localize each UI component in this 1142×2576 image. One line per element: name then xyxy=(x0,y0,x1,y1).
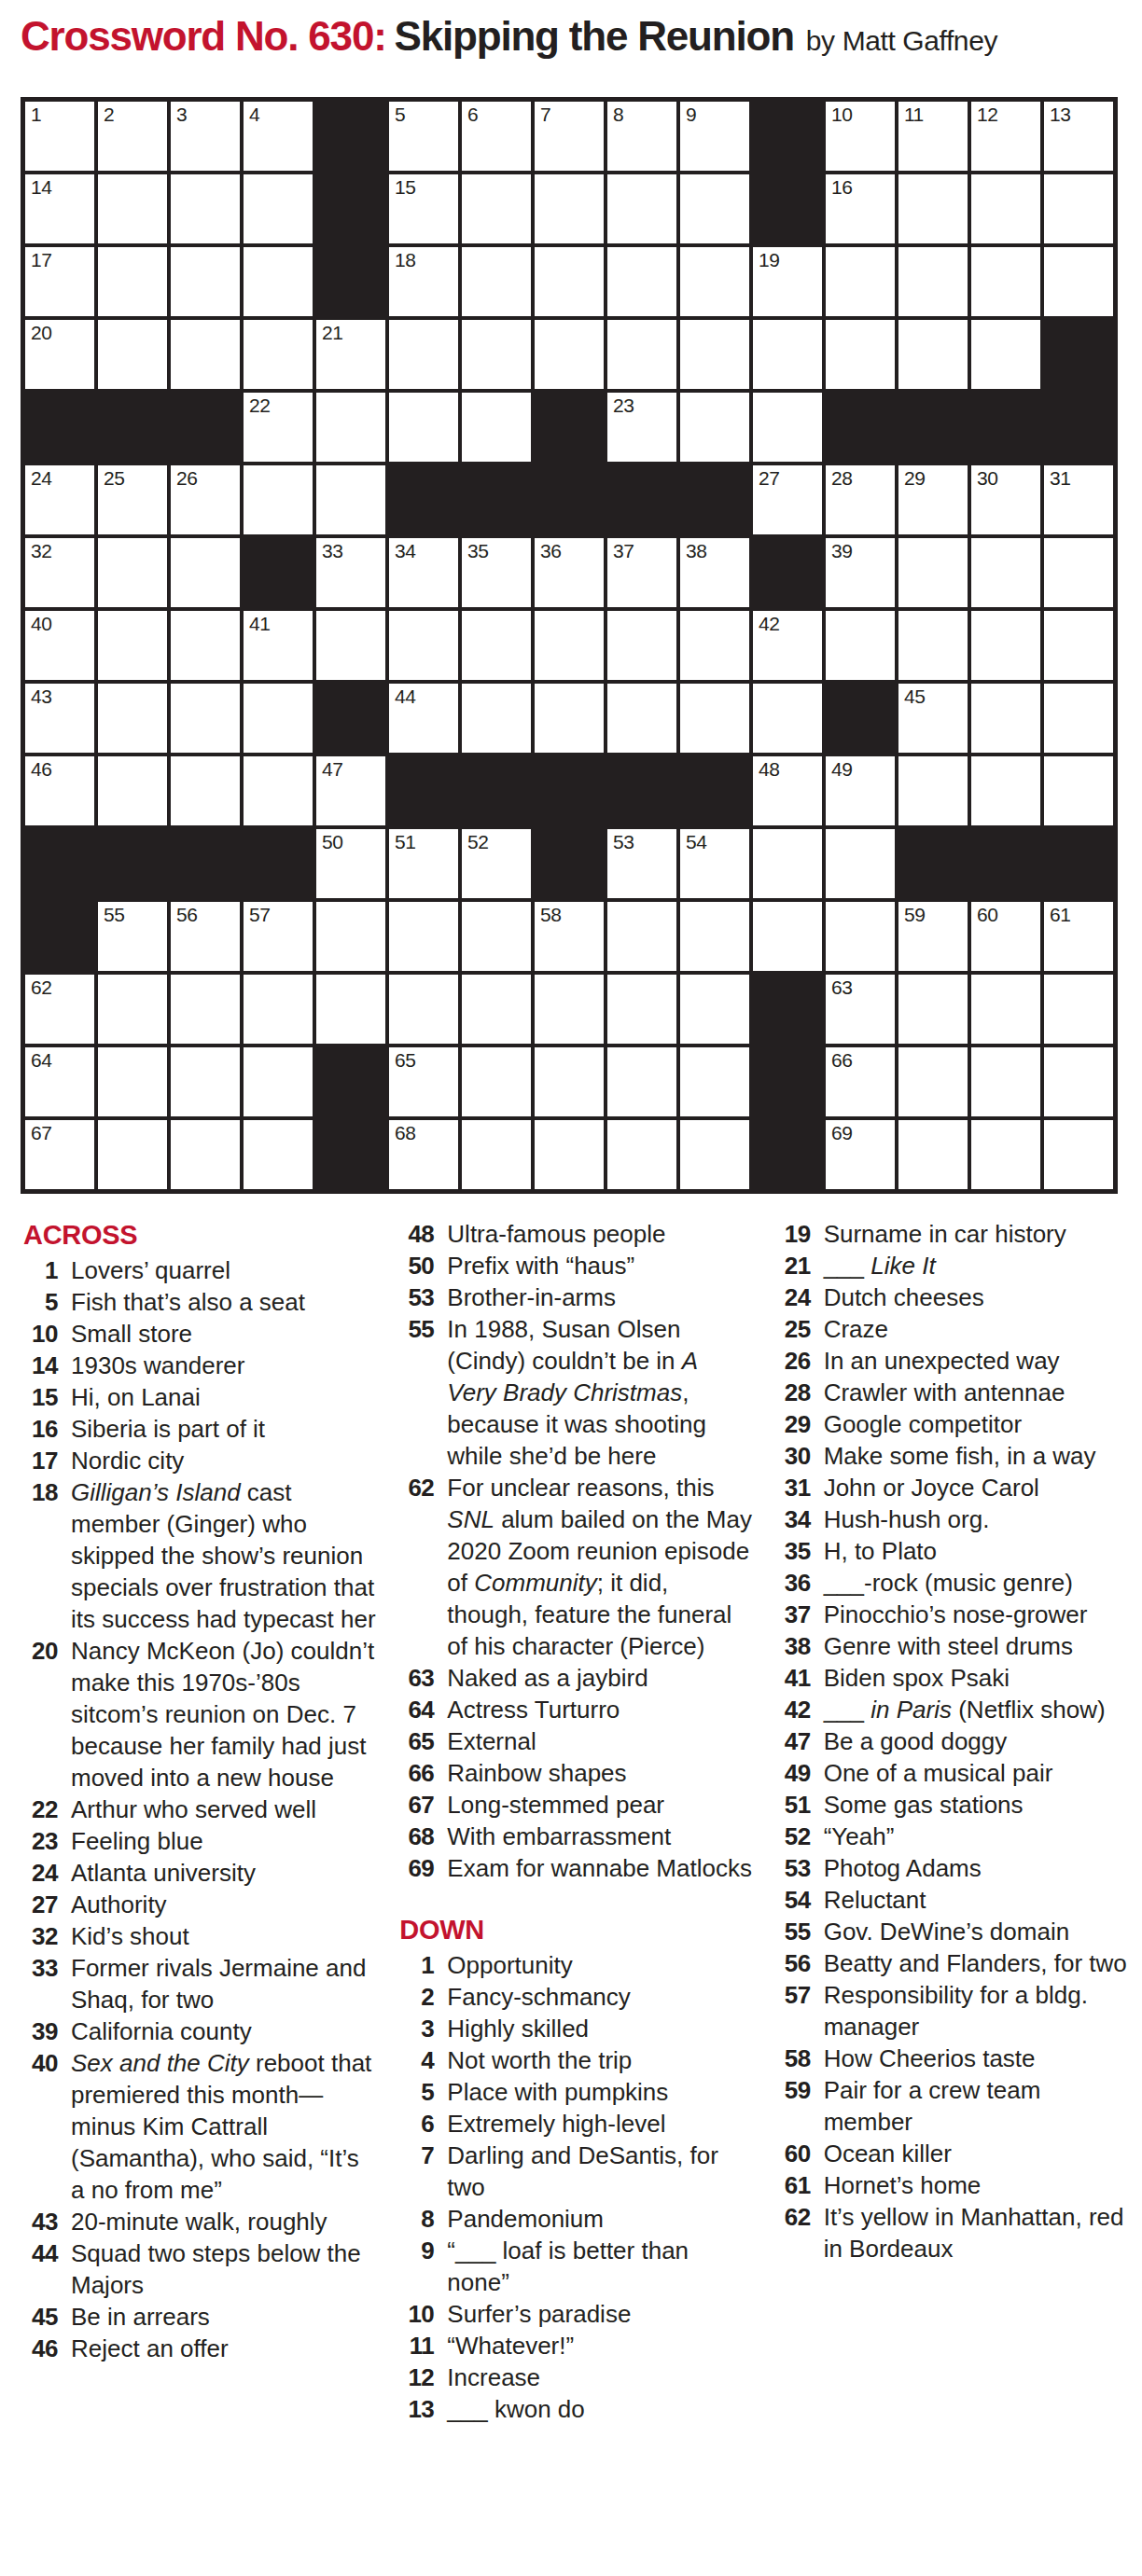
grid-cell[interactable] xyxy=(971,975,1040,1044)
grid-cell[interactable] xyxy=(462,393,531,462)
grid-cell[interactable] xyxy=(680,1047,749,1116)
grid-cell[interactable]: 25 xyxy=(98,465,167,534)
clue-text: Former rivals Jermaine and Shaq, for two xyxy=(71,1952,376,2015)
grid-cell[interactable]: 39 xyxy=(826,538,895,607)
grid-cell[interactable] xyxy=(98,538,167,607)
grid-cell[interactable] xyxy=(1044,756,1113,825)
grid-cell[interactable] xyxy=(316,611,385,680)
grid-cell[interactable]: 30 xyxy=(971,465,1040,534)
grid-cell[interactable] xyxy=(244,465,313,534)
grid-cell[interactable] xyxy=(680,247,749,316)
grid-cell[interactable] xyxy=(316,465,385,534)
grid-cell[interactable]: 56 xyxy=(171,902,240,971)
grid-cell[interactable] xyxy=(607,320,676,389)
clue-text: ___ in Paris (Netflix show) xyxy=(824,1694,1129,1725)
grid-cell[interactable] xyxy=(971,611,1040,680)
block-cell xyxy=(171,393,240,462)
cell-number: 53 xyxy=(613,831,634,853)
cell-number: 52 xyxy=(467,831,488,853)
grid-cell[interactable] xyxy=(389,975,458,1044)
grid-cell[interactable]: 11 xyxy=(898,102,968,171)
clue-text: How Cheerios taste xyxy=(824,2043,1129,2074)
grid-cell[interactable]: 33 xyxy=(316,538,385,607)
across-clue-64: 64Actress Turturro xyxy=(389,1694,752,1725)
clue-text: Responsibility for a bldg. manager xyxy=(824,1979,1129,2043)
grid-cell[interactable] xyxy=(171,756,240,825)
grid-cell[interactable] xyxy=(171,975,240,1044)
grid-cell[interactable] xyxy=(898,1120,968,1189)
cell-number: 58 xyxy=(540,904,561,926)
grid-cell[interactable] xyxy=(462,320,531,389)
grid-cell[interactable]: 65 xyxy=(389,1047,458,1116)
grid-cell[interactable]: 44 xyxy=(389,684,458,753)
clue-text: Pinocchio’s nose-grower xyxy=(824,1599,1129,1630)
grid-cell[interactable]: 55 xyxy=(98,902,167,971)
down-clue-35: 35H, to Plato xyxy=(766,1535,1129,1567)
across-clue-32: 32Kid’s shout xyxy=(13,1920,376,1952)
grid-cell[interactable] xyxy=(826,247,895,316)
across-clue-67: 67Long-stemmed pear xyxy=(389,1789,752,1821)
grid-cell[interactable]: 42 xyxy=(753,611,822,680)
across-clue-22: 22Arthur who served well xyxy=(13,1794,376,1825)
grid-cell[interactable]: 37 xyxy=(607,538,676,607)
grid-cell[interactable] xyxy=(607,1120,676,1189)
grid-cell[interactable] xyxy=(535,1047,604,1116)
grid-cell[interactable] xyxy=(389,902,458,971)
grid-cell[interactable] xyxy=(898,975,968,1044)
clue-text: With embarrassment xyxy=(447,1821,752,1852)
grid-cell[interactable] xyxy=(171,247,240,316)
cell-number: 48 xyxy=(759,758,779,781)
grid-cell[interactable] xyxy=(389,393,458,462)
grid-cell[interactable] xyxy=(171,684,240,753)
clue-number: 57 xyxy=(766,1979,824,2011)
grid-cell[interactable]: 45 xyxy=(898,684,968,753)
title-name: Skipping the Reunion xyxy=(395,13,794,59)
cell-number: 6 xyxy=(467,104,478,126)
grid-cell[interactable] xyxy=(753,393,822,462)
cell-number: 37 xyxy=(613,540,634,562)
cell-number: 15 xyxy=(395,176,415,199)
grid-cell[interactable]: 16 xyxy=(826,174,895,243)
grid-cell[interactable] xyxy=(826,829,895,898)
grid-cell[interactable]: 47 xyxy=(316,756,385,825)
down-clue-26: 26In an unexpected way xyxy=(766,1345,1129,1377)
grid-cell[interactable]: 63 xyxy=(826,975,895,1044)
grid-cell[interactable] xyxy=(753,902,822,971)
grid-cell[interactable] xyxy=(680,320,749,389)
clue-text: Long-stemmed pear xyxy=(447,1789,752,1821)
grid-cell[interactable] xyxy=(607,684,676,753)
grid-cell[interactable]: 31 xyxy=(1044,465,1113,534)
clue-number: 2 xyxy=(389,1981,447,2013)
grid-cell[interactable] xyxy=(898,611,968,680)
clue-text: Atlanta university xyxy=(71,1857,376,1889)
grid-cell[interactable] xyxy=(680,684,749,753)
grid-cell[interactable] xyxy=(898,247,968,316)
grid-cell[interactable]: 58 xyxy=(535,902,604,971)
grid-cell[interactable]: 13 xyxy=(1044,102,1113,171)
clue-number: 53 xyxy=(766,1852,824,1884)
clue-text: ___ kwon do xyxy=(447,2393,752,2425)
across-clue-68: 68With embarrassment xyxy=(389,1821,752,1852)
clue-number: 64 xyxy=(389,1694,447,1725)
down-clue-56: 56Beatty and Flanders, for two xyxy=(766,1947,1129,1979)
grid-cell[interactable] xyxy=(680,174,749,243)
cell-number: 9 xyxy=(686,104,696,126)
grid-cell[interactable]: 17 xyxy=(25,247,94,316)
clue-number: 10 xyxy=(389,2298,447,2330)
grid-cell[interactable]: 6 xyxy=(462,102,531,171)
clue-text: Some gas stations xyxy=(824,1789,1129,1821)
grid-cell[interactable]: 1 xyxy=(25,102,94,171)
cell-number: 33 xyxy=(322,540,342,562)
grid-cell[interactable] xyxy=(1044,1047,1113,1116)
clue-text: Nancy McKeon (Jo) couldn’t make this 197… xyxy=(71,1635,376,1794)
cell-number: 39 xyxy=(831,540,852,562)
cell-number: 47 xyxy=(322,758,342,781)
grid-cell[interactable] xyxy=(607,1047,676,1116)
cell-number: 1 xyxy=(31,104,41,126)
grid-cell[interactable] xyxy=(680,1120,749,1189)
down-clue-13: 13___ kwon do xyxy=(389,2393,752,2425)
grid-cell[interactable] xyxy=(898,538,968,607)
clue-text: Nordic city xyxy=(71,1445,376,1476)
grid-cell[interactable]: 50 xyxy=(316,829,385,898)
clue-number: 35 xyxy=(766,1535,824,1567)
clue-number: 6 xyxy=(389,2108,447,2140)
clue-text: Not worth the trip xyxy=(447,2044,752,2076)
grid-cell[interactable] xyxy=(171,1047,240,1116)
clue-number: 55 xyxy=(389,1313,447,1345)
grid-cell[interactable] xyxy=(971,538,1040,607)
grid-cell[interactable]: 59 xyxy=(898,902,968,971)
grid-cell[interactable]: 52 xyxy=(462,829,531,898)
clue-text: For unclear reasons, this SNL alum baile… xyxy=(447,1472,752,1662)
cell-number: 63 xyxy=(831,976,852,999)
grid-cell[interactable]: 53 xyxy=(607,829,676,898)
grid-cell[interactable]: 23 xyxy=(607,393,676,462)
grid-cell[interactable] xyxy=(98,1120,167,1189)
crossword-grid: 1234567891011121314151617181920212223242… xyxy=(21,97,1118,1194)
clue-number: 39 xyxy=(13,2015,71,2047)
cell-number: 24 xyxy=(31,467,51,490)
down-clue-3: 3Highly skilled xyxy=(389,2013,752,2044)
clue-text: Ultra-famous people xyxy=(447,1218,752,1250)
clue-text: Increase xyxy=(447,2361,752,2393)
grid-cell[interactable] xyxy=(680,975,749,1044)
grid-cell[interactable] xyxy=(607,247,676,316)
across-clue-45: 45Be in arrears xyxy=(13,2301,376,2333)
across-clue-24: 24Atlanta university xyxy=(13,1857,376,1889)
grid-cell[interactable] xyxy=(171,538,240,607)
grid-cell[interactable] xyxy=(462,1047,531,1116)
grid-cell[interactable] xyxy=(971,320,1040,389)
grid-cell[interactable]: 5 xyxy=(389,102,458,171)
across-clue-48: 48Ultra-famous people xyxy=(389,1218,752,1250)
grid-cell[interactable] xyxy=(244,174,313,243)
down-clue-37: 37Pinocchio’s nose-grower xyxy=(766,1599,1129,1630)
clue-text: Extremely high-level xyxy=(447,2108,752,2140)
block-cell xyxy=(316,1047,385,1116)
grid-cell[interactable] xyxy=(535,975,604,1044)
grid-cell[interactable]: 48 xyxy=(753,756,822,825)
grid-cell[interactable]: 20 xyxy=(25,320,94,389)
clue-number: 27 xyxy=(13,1889,71,1920)
grid-cell[interactable]: 49 xyxy=(826,756,895,825)
grid-cell[interactable] xyxy=(826,611,895,680)
clue-text: Sex and the City reboot that premiered t… xyxy=(71,2047,376,2206)
grid-cell[interactable] xyxy=(171,320,240,389)
grid-cell[interactable] xyxy=(826,320,895,389)
grid-cell[interactable] xyxy=(244,1047,313,1116)
cell-number: 57 xyxy=(249,904,270,926)
grid-cell[interactable] xyxy=(971,1120,1040,1189)
down-clue-42: 42___ in Paris (Netflix show) xyxy=(766,1694,1129,1725)
grid-cell[interactable]: 3 xyxy=(171,102,240,171)
grid-cell[interactable] xyxy=(98,320,167,389)
grid-cell[interactable]: 14 xyxy=(25,174,94,243)
down-clue-24: 24Dutch cheeses xyxy=(766,1281,1129,1313)
grid-cell[interactable] xyxy=(535,611,604,680)
block-cell xyxy=(680,465,749,534)
grid-cell[interactable]: 24 xyxy=(25,465,94,534)
grid-cell[interactable] xyxy=(244,684,313,753)
grid-cell[interactable] xyxy=(98,975,167,1044)
grid-cell[interactable]: 18 xyxy=(389,247,458,316)
grid-cell[interactable] xyxy=(607,174,676,243)
grid-cell[interactable]: 32 xyxy=(25,538,94,607)
grid-cell[interactable] xyxy=(389,611,458,680)
clue-text: Lovers’ quarrel xyxy=(71,1254,376,1286)
grid-cell[interactable]: 2 xyxy=(98,102,167,171)
grid-cell[interactable]: 46 xyxy=(25,756,94,825)
grid-cell[interactable] xyxy=(1044,174,1113,243)
grid-cell[interactable] xyxy=(316,902,385,971)
grid-cell[interactable] xyxy=(898,756,968,825)
grid-cell[interactable] xyxy=(971,756,1040,825)
grid-cell[interactable]: 22 xyxy=(244,393,313,462)
grid-cell[interactable]: 35 xyxy=(462,538,531,607)
grid-cell[interactable] xyxy=(98,174,167,243)
cell-number: 59 xyxy=(904,904,925,926)
clue-number: 62 xyxy=(389,1472,447,1503)
grid-cell[interactable]: 66 xyxy=(826,1047,895,1116)
grid-cell[interactable] xyxy=(1044,611,1113,680)
grid-cell[interactable]: 36 xyxy=(535,538,604,607)
grid-cell[interactable] xyxy=(971,684,1040,753)
clue-number: 67 xyxy=(389,1789,447,1821)
clue-text: Feeling blue xyxy=(71,1825,376,1857)
grid-cell[interactable] xyxy=(462,684,531,753)
grid-cell[interactable] xyxy=(244,756,313,825)
clue-text: It’s yellow in Manhattan, red in Bordeau… xyxy=(824,2201,1129,2264)
grid-cell[interactable]: 9 xyxy=(680,102,749,171)
grid-cell[interactable] xyxy=(1044,975,1113,1044)
grid-cell[interactable]: 64 xyxy=(25,1047,94,1116)
clue-number: 40 xyxy=(13,2047,71,2079)
across-clue-16: 16Siberia is part of it xyxy=(13,1413,376,1445)
clue-text: Reluctant xyxy=(824,1884,1129,1916)
grid-cell[interactable] xyxy=(535,247,604,316)
clue-number: 61 xyxy=(766,2169,824,2201)
clue-number: 58 xyxy=(766,2043,824,2074)
cell-number: 43 xyxy=(31,686,51,708)
clue-text: Ocean killer xyxy=(824,2138,1129,2169)
clue-text: In an unexpected way xyxy=(824,1345,1129,1377)
cell-number: 23 xyxy=(613,395,634,417)
grid-cell[interactable] xyxy=(244,247,313,316)
clue-number: 48 xyxy=(389,1218,447,1250)
cell-number: 5 xyxy=(395,104,405,126)
clue-number: 23 xyxy=(13,1825,71,1857)
clue-number: 5 xyxy=(389,2076,447,2108)
clue-number: 7 xyxy=(389,2140,447,2171)
across-clue-50: 50Prefix with “haus” xyxy=(389,1250,752,1281)
grid-cell[interactable] xyxy=(753,320,822,389)
block-cell xyxy=(25,393,94,462)
clue-text: California county xyxy=(71,2015,376,2047)
grid-cell[interactable] xyxy=(462,611,531,680)
grid-cell[interactable] xyxy=(971,174,1040,243)
grid-cell[interactable] xyxy=(680,902,749,971)
grid-cell[interactable]: 54 xyxy=(680,829,749,898)
clue-text: Naked as a jaybird xyxy=(447,1662,752,1694)
cell-number: 62 xyxy=(31,976,51,999)
cell-number: 29 xyxy=(904,467,925,490)
grid-cell[interactable] xyxy=(753,684,822,753)
grid-cell[interactable] xyxy=(171,611,240,680)
grid-cell[interactable] xyxy=(971,1047,1040,1116)
grid-cell[interactable]: 10 xyxy=(826,102,895,171)
grid-cell[interactable]: 57 xyxy=(244,902,313,971)
grid-cell[interactable] xyxy=(171,1120,240,1189)
across-clue-1: 1Lovers’ quarrel xyxy=(13,1254,376,1286)
down-clue-19: 19Surname in car history xyxy=(766,1218,1129,1250)
clue-text: John or Joyce Carol xyxy=(824,1472,1129,1503)
grid-cell[interactable] xyxy=(171,174,240,243)
grid-cell[interactable] xyxy=(753,829,822,898)
grid-cell[interactable] xyxy=(98,611,167,680)
grid-cell[interactable] xyxy=(826,902,895,971)
grid-cell[interactable] xyxy=(1044,684,1113,753)
grid-cell[interactable] xyxy=(535,684,604,753)
grid-cell[interactable] xyxy=(244,975,313,1044)
grid-cell[interactable]: 38 xyxy=(680,538,749,607)
block-cell xyxy=(535,756,604,825)
grid-cell[interactable]: 29 xyxy=(898,465,968,534)
grid-cell[interactable] xyxy=(244,1120,313,1189)
across-clue-44: 44Squad two steps below the Majors xyxy=(13,2237,376,2301)
grid-cell[interactable]: 41 xyxy=(244,611,313,680)
grid-cell[interactable] xyxy=(680,393,749,462)
grid-cell[interactable] xyxy=(462,247,531,316)
down-clue-62: 62It’s yellow in Manhattan, red in Borde… xyxy=(766,2201,1129,2264)
grid-cell[interactable] xyxy=(98,684,167,753)
grid-cell[interactable]: 61 xyxy=(1044,902,1113,971)
down-clue-31: 31John or Joyce Carol xyxy=(766,1472,1129,1503)
grid-cell[interactable] xyxy=(462,174,531,243)
down-clue-28: 28Crawler with antennae xyxy=(766,1377,1129,1408)
grid-cell[interactable]: 40 xyxy=(25,611,94,680)
block-cell xyxy=(971,829,1040,898)
grid-cell[interactable] xyxy=(462,1120,531,1189)
grid-cell[interactable]: 60 xyxy=(971,902,1040,971)
grid-cell[interactable]: 62 xyxy=(25,975,94,1044)
grid-cell[interactable] xyxy=(316,975,385,1044)
grid-cell[interactable]: 28 xyxy=(826,465,895,534)
grid-cell[interactable] xyxy=(244,320,313,389)
clue-text: Fancy-schmancy xyxy=(447,1981,752,2013)
grid-cell[interactable] xyxy=(389,320,458,389)
grid-cell[interactable] xyxy=(607,902,676,971)
clue-text: Surfer’s paradise xyxy=(447,2298,752,2330)
grid-cell[interactable] xyxy=(1044,1120,1113,1189)
grid-cell[interactable] xyxy=(535,174,604,243)
across-clue-23: 23Feeling blue xyxy=(13,1825,376,1857)
clue-number: 33 xyxy=(13,1952,71,1984)
clue-text: Photog Adams xyxy=(824,1852,1129,1884)
grid-cell[interactable] xyxy=(607,611,676,680)
grid-cell[interactable]: 12 xyxy=(971,102,1040,171)
grid-cell[interactable]: 15 xyxy=(389,174,458,243)
grid-cell[interactable] xyxy=(462,975,531,1044)
block-cell xyxy=(607,756,676,825)
grid-cell[interactable] xyxy=(971,247,1040,316)
grid-cell[interactable] xyxy=(1044,247,1113,316)
clue-number: 65 xyxy=(389,1725,447,1757)
grid-cell[interactable]: 4 xyxy=(244,102,313,171)
grid-cell[interactable]: 7 xyxy=(535,102,604,171)
grid-cell[interactable]: 21 xyxy=(316,320,385,389)
grid-cell[interactable] xyxy=(98,1047,167,1116)
grid-cell[interactable] xyxy=(535,320,604,389)
grid-cell[interactable] xyxy=(898,1047,968,1116)
block-cell xyxy=(171,829,240,898)
grid-cell[interactable]: 43 xyxy=(25,684,94,753)
grid-cell[interactable] xyxy=(898,320,968,389)
grid-cell[interactable]: 67 xyxy=(25,1120,94,1189)
grid-cell[interactable] xyxy=(462,902,531,971)
grid-cell[interactable]: 34 xyxy=(389,538,458,607)
grid-cell[interactable] xyxy=(535,1120,604,1189)
grid-cell[interactable] xyxy=(607,975,676,1044)
grid-cell[interactable]: 51 xyxy=(389,829,458,898)
grid-cell[interactable]: 19 xyxy=(753,247,822,316)
grid-cell[interactable] xyxy=(98,756,167,825)
grid-cell[interactable]: 27 xyxy=(753,465,822,534)
down-heading: DOWN xyxy=(399,1913,752,1946)
grid-cell[interactable] xyxy=(98,247,167,316)
clue-number: 19 xyxy=(766,1218,824,1250)
cell-number: 16 xyxy=(831,176,852,199)
clue-text: Kid’s shout xyxy=(71,1920,376,1952)
cell-number: 44 xyxy=(395,686,415,708)
clue-number: 47 xyxy=(766,1725,824,1757)
block-cell xyxy=(753,1047,822,1116)
grid-cell[interactable] xyxy=(680,611,749,680)
grid-cell[interactable]: 68 xyxy=(389,1120,458,1189)
grid-cell[interactable]: 69 xyxy=(826,1120,895,1189)
grid-cell[interactable]: 8 xyxy=(607,102,676,171)
grid-cell[interactable] xyxy=(1044,538,1113,607)
grid-cell[interactable]: 26 xyxy=(171,465,240,534)
clue-number: 53 xyxy=(389,1281,447,1313)
grid-cell[interactable] xyxy=(316,393,385,462)
cell-number: 68 xyxy=(395,1122,415,1144)
clue-number: 56 xyxy=(766,1947,824,1979)
grid-cell[interactable] xyxy=(898,174,968,243)
